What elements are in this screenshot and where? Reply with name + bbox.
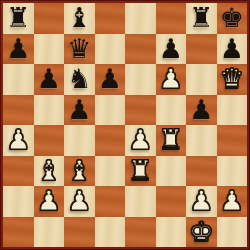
square-c7[interactable]: ♛ [64,34,95,65]
piece-white-bishop[interactable]: ♝ [37,156,61,186]
square-e1[interactable] [125,217,156,248]
square-d5[interactable] [95,95,126,126]
square-f5[interactable] [156,95,187,126]
square-e3[interactable]: ♜ [125,156,156,187]
square-f6[interactable]: ♟ [156,64,187,95]
square-a5[interactable] [3,95,34,126]
square-g1[interactable]: ♚ [186,217,217,248]
square-a6[interactable] [3,64,34,95]
square-h4[interactable] [217,125,248,156]
square-d7[interactable] [95,34,126,65]
square-a2[interactable] [3,186,34,217]
piece-black-rook[interactable]: ♜ [189,3,213,33]
piece-white-queen[interactable]: ♛ [220,64,244,94]
piece-black-pawn[interactable]: ♟ [67,95,91,125]
piece-white-pawn[interactable]: ♟ [220,186,244,216]
square-h5[interactable] [217,95,248,126]
piece-white-bishop[interactable]: ♝ [67,156,91,186]
piece-black-pawn[interactable]: ♟ [189,95,213,125]
piece-white-pawn[interactable]: ♟ [6,125,30,155]
square-e6[interactable] [125,64,156,95]
square-b6[interactable]: ♟ [34,64,65,95]
square-f3[interactable] [156,156,187,187]
square-e5[interactable] [125,95,156,126]
square-d1[interactable] [95,217,126,248]
square-e7[interactable] [125,34,156,65]
piece-black-bishop[interactable]: ♝ [67,3,91,33]
square-d3[interactable] [95,156,126,187]
square-a8[interactable]: ♜ [3,3,34,34]
square-a3[interactable] [3,156,34,187]
square-c4[interactable] [64,125,95,156]
piece-black-pawn[interactable]: ♟ [37,64,61,94]
piece-black-knight[interactable]: ♞ [67,64,91,94]
square-g4[interactable] [186,125,217,156]
square-b8[interactable] [34,3,65,34]
square-d6[interactable]: ♟ [95,64,126,95]
square-c8[interactable]: ♝ [64,3,95,34]
square-d2[interactable] [95,186,126,217]
piece-black-queen[interactable]: ♛ [67,34,91,64]
square-h2[interactable]: ♟ [217,186,248,217]
piece-white-rook[interactable]: ♜ [128,156,152,186]
square-b1[interactable] [34,217,65,248]
piece-black-pawn[interactable]: ♟ [6,34,30,64]
piece-white-pawn[interactable]: ♟ [128,125,152,155]
square-g3[interactable] [186,156,217,187]
square-h1[interactable] [217,217,248,248]
piece-white-king[interactable]: ♚ [189,217,213,247]
square-a4[interactable]: ♟ [3,125,34,156]
square-b3[interactable]: ♝ [34,156,65,187]
square-c1[interactable] [64,217,95,248]
square-f1[interactable] [156,217,187,248]
piece-white-pawn[interactable]: ♟ [37,186,61,216]
piece-white-pawn[interactable]: ♟ [67,186,91,216]
piece-black-rook[interactable]: ♜ [6,3,30,33]
square-f2[interactable] [156,186,187,217]
square-b5[interactable] [34,95,65,126]
piece-white-pawn[interactable]: ♟ [189,186,213,216]
square-f7[interactable]: ♟ [156,34,187,65]
square-g5[interactable]: ♟ [186,95,217,126]
square-g2[interactable]: ♟ [186,186,217,217]
square-c5[interactable]: ♟ [64,95,95,126]
square-b7[interactable] [34,34,65,65]
board-frame: ♜♝♜♚♟♛♟♟♟♞♟♟♛♟♟♟♟♜♝♝♜♟♟♟♟♚ [0,0,250,250]
piece-white-rook[interactable]: ♜ [159,125,183,155]
square-h7[interactable]: ♟ [217,34,248,65]
piece-black-pawn[interactable]: ♟ [220,34,244,64]
piece-black-pawn[interactable]: ♟ [159,34,183,64]
square-d8[interactable] [95,3,126,34]
square-h3[interactable] [217,156,248,187]
square-b4[interactable] [34,125,65,156]
square-h6[interactable]: ♛ [217,64,248,95]
square-a7[interactable]: ♟ [3,34,34,65]
square-e8[interactable] [125,3,156,34]
square-g6[interactable] [186,64,217,95]
square-c2[interactable]: ♟ [64,186,95,217]
square-b2[interactable]: ♟ [34,186,65,217]
square-g8[interactable]: ♜ [186,3,217,34]
square-a1[interactable] [3,217,34,248]
square-h8[interactable]: ♚ [217,3,248,34]
square-f8[interactable] [156,3,187,34]
square-g7[interactable] [186,34,217,65]
chess-board: ♜♝♜♚♟♛♟♟♟♞♟♟♛♟♟♟♟♜♝♝♜♟♟♟♟♚ [3,3,247,247]
piece-black-king[interactable]: ♚ [220,3,244,33]
square-c3[interactable]: ♝ [64,156,95,187]
square-e2[interactable] [125,186,156,217]
square-e4[interactable]: ♟ [125,125,156,156]
square-c6[interactable]: ♞ [64,64,95,95]
square-f4[interactable]: ♜ [156,125,187,156]
piece-white-pawn[interactable]: ♟ [159,64,183,94]
square-d4[interactable] [95,125,126,156]
piece-black-pawn[interactable]: ♟ [98,64,122,94]
